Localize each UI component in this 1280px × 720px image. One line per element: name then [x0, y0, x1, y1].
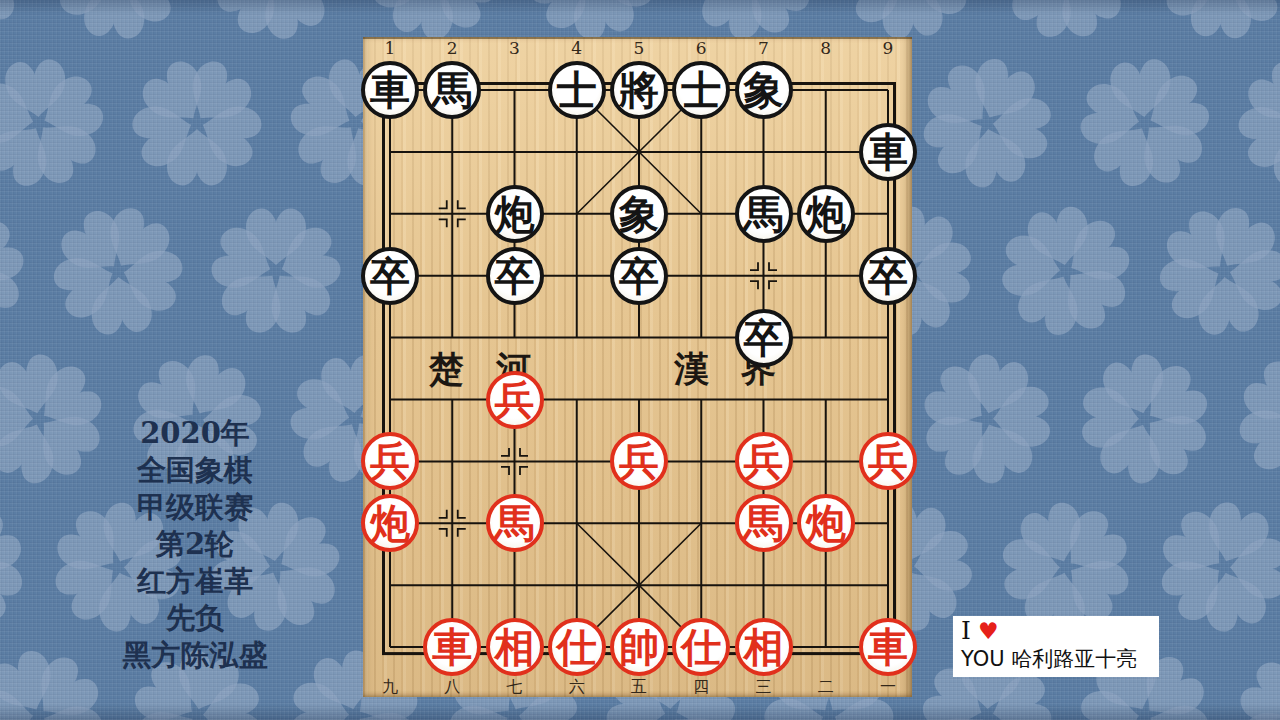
- piece-black-elephant[interactable]: 象: [735, 61, 793, 119]
- watermark-box: I♥ YOU 哈利路亚十亮: [953, 616, 1159, 677]
- piece-red-soldier[interactable]: 兵: [486, 371, 544, 429]
- piece-red-cannon[interactable]: 炮: [361, 494, 419, 552]
- piece-red-horse[interactable]: 馬: [735, 494, 793, 552]
- piece-red-elephant[interactable]: 相: [735, 618, 793, 676]
- piece-red-cannon[interactable]: 炮: [797, 494, 855, 552]
- heart-icon: ♥: [978, 618, 999, 644]
- piece-red-advisor[interactable]: 仕: [672, 618, 730, 676]
- piece-black-soldier[interactable]: 卒: [735, 309, 793, 367]
- pieces-layer: 車馬士將士象車炮象馬炮卒卒卒卒卒兵兵兵兵兵炮馬馬炮車相仕帥仕相車: [363, 37, 912, 697]
- piece-black-rook[interactable]: 車: [361, 61, 419, 119]
- piece-red-advisor[interactable]: 仕: [548, 618, 606, 676]
- piece-black-soldier[interactable]: 卒: [859, 247, 917, 305]
- piece-black-soldier[interactable]: 卒: [486, 247, 544, 305]
- caption-line: 先负: [55, 600, 335, 637]
- match-caption: 2020年全国象棋甲级联赛第2轮红方崔革先负黑方陈泓盛: [55, 415, 335, 674]
- piece-black-horse[interactable]: 馬: [735, 185, 793, 243]
- piece-black-rook[interactable]: 車: [859, 123, 917, 181]
- piece-red-rook[interactable]: 車: [859, 618, 917, 676]
- caption-line: 甲级联赛: [55, 489, 335, 526]
- piece-red-rook[interactable]: 車: [423, 618, 481, 676]
- piece-red-elephant[interactable]: 相: [486, 618, 544, 676]
- piece-black-soldier[interactable]: 卒: [361, 247, 419, 305]
- watermark-i: I: [961, 616, 971, 645]
- piece-red-general[interactable]: 帥: [610, 618, 668, 676]
- caption-line: 黑方陈泓盛: [55, 637, 335, 674]
- piece-red-soldier[interactable]: 兵: [859, 432, 917, 490]
- piece-red-soldier[interactable]: 兵: [610, 432, 668, 490]
- piece-black-elephant[interactable]: 象: [610, 185, 668, 243]
- caption-line: 全国象棋: [55, 452, 335, 489]
- watermark-line2: YOU 哈利路亚十亮: [961, 645, 1151, 673]
- xiangqi-board: 楚河 漢界 車馬士將士象車炮象馬炮卒卒卒卒卒兵兵兵兵兵炮馬馬炮車相仕帥仕相車 1…: [363, 37, 912, 697]
- piece-black-advisor[interactable]: 士: [672, 61, 730, 119]
- caption-line: 红方崔革: [55, 563, 335, 600]
- piece-black-horse[interactable]: 馬: [423, 61, 481, 119]
- piece-black-advisor[interactable]: 士: [548, 61, 606, 119]
- watermark-line1: I♥: [961, 617, 1151, 645]
- piece-black-general[interactable]: 將: [610, 61, 668, 119]
- caption-line: 第2轮: [55, 526, 335, 563]
- piece-black-cannon[interactable]: 炮: [486, 185, 544, 243]
- piece-red-soldier[interactable]: 兵: [361, 432, 419, 490]
- piece-black-soldier[interactable]: 卒: [610, 247, 668, 305]
- piece-black-cannon[interactable]: 炮: [797, 185, 855, 243]
- piece-red-horse[interactable]: 馬: [486, 494, 544, 552]
- piece-red-soldier[interactable]: 兵: [735, 432, 793, 490]
- caption-line: 2020年: [55, 415, 335, 452]
